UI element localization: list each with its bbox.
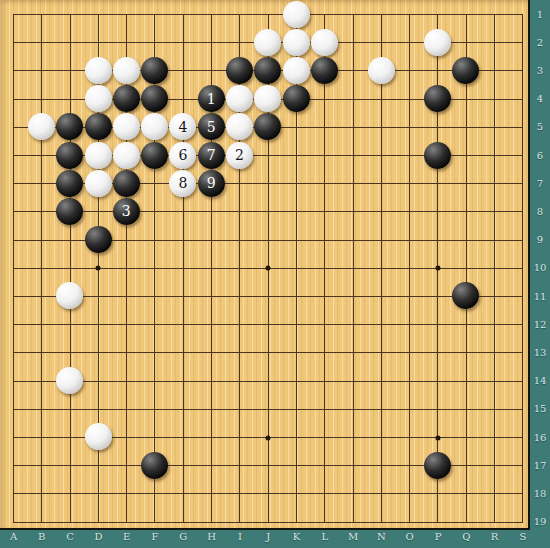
board-point-C12[interactable] — [56, 310, 84, 338]
board-point-Q13[interactable] — [452, 338, 480, 366]
board-point-A6[interactable] — [0, 141, 27, 169]
board-point-O1[interactable] — [395, 0, 423, 28]
board-point-H12[interactable] — [197, 310, 225, 338]
board-point-R7[interactable] — [480, 169, 508, 197]
board-point-H16[interactable] — [197, 423, 225, 451]
board-point-Q18[interactable] — [452, 479, 480, 507]
board-point-S9[interactable] — [508, 226, 530, 254]
board-point-F5[interactable] — [140, 113, 168, 141]
board-point-S18[interactable] — [508, 479, 530, 507]
board-point-C4[interactable] — [56, 85, 84, 113]
board-point-F8[interactable] — [140, 197, 168, 225]
board-point-E14[interactable] — [112, 366, 140, 394]
board-point-J19[interactable] — [254, 507, 282, 530]
board-point-R1[interactable] — [480, 0, 508, 28]
board-point-L15[interactable] — [310, 395, 338, 423]
board-point-J13[interactable] — [254, 338, 282, 366]
board-point-H10[interactable] — [197, 254, 225, 282]
board-point-O10[interactable] — [395, 254, 423, 282]
board-point-I11[interactable] — [225, 282, 253, 310]
board-point-C16[interactable] — [56, 423, 84, 451]
board-point-E9[interactable] — [112, 226, 140, 254]
board-point-S15[interactable] — [508, 395, 530, 423]
board-point-D11[interactable] — [84, 282, 112, 310]
board-point-G1[interactable] — [169, 0, 197, 28]
board-point-P4[interactable] — [423, 85, 451, 113]
board-point-D5[interactable] — [84, 113, 112, 141]
board-point-Q7[interactable] — [452, 169, 480, 197]
board-point-P16[interactable] — [423, 423, 451, 451]
board-point-P7[interactable] — [423, 169, 451, 197]
board-point-N6[interactable] — [367, 141, 395, 169]
board-point-C14[interactable] — [56, 366, 84, 394]
board-point-E10[interactable] — [112, 254, 140, 282]
board-point-F4[interactable] — [140, 85, 168, 113]
board-point-R18[interactable] — [480, 479, 508, 507]
board-point-S1[interactable] — [508, 0, 530, 28]
board-point-J8[interactable] — [254, 197, 282, 225]
board-point-H4[interactable]: 1 — [197, 85, 225, 113]
board-point-P8[interactable] — [423, 197, 451, 225]
board-point-F15[interactable] — [140, 395, 168, 423]
board-point-S7[interactable] — [508, 169, 530, 197]
board-point-F16[interactable] — [140, 423, 168, 451]
board-point-R9[interactable] — [480, 226, 508, 254]
board-point-Q11[interactable] — [452, 282, 480, 310]
board-point-G6[interactable]: 6 — [169, 141, 197, 169]
board-point-F10[interactable] — [140, 254, 168, 282]
board-point-G9[interactable] — [169, 226, 197, 254]
board-point-D15[interactable] — [84, 395, 112, 423]
board-point-I4[interactable] — [225, 85, 253, 113]
board-point-S5[interactable] — [508, 113, 530, 141]
board-point-P18[interactable] — [423, 479, 451, 507]
board-point-M5[interactable] — [339, 113, 367, 141]
board-point-O18[interactable] — [395, 479, 423, 507]
board-point-Q1[interactable] — [452, 0, 480, 28]
board-point-N2[interactable] — [367, 28, 395, 56]
board-point-D10[interactable] — [84, 254, 112, 282]
board-point-A3[interactable] — [0, 56, 27, 84]
board-point-B14[interactable] — [27, 366, 55, 394]
board-point-K6[interactable] — [282, 141, 310, 169]
board-point-E1[interactable] — [112, 0, 140, 28]
board-point-F3[interactable] — [140, 56, 168, 84]
board-point-K14[interactable] — [282, 366, 310, 394]
board-point-L3[interactable] — [310, 56, 338, 84]
board-point-L14[interactable] — [310, 366, 338, 394]
board-point-H9[interactable] — [197, 226, 225, 254]
board-point-N4[interactable] — [367, 85, 395, 113]
board-point-H11[interactable] — [197, 282, 225, 310]
board-point-E6[interactable] — [112, 141, 140, 169]
board-point-G8[interactable] — [169, 197, 197, 225]
board-point-J3[interactable] — [254, 56, 282, 84]
board-point-N8[interactable] — [367, 197, 395, 225]
board-point-S2[interactable] — [508, 28, 530, 56]
board-point-F9[interactable] — [140, 226, 168, 254]
board-point-D12[interactable] — [84, 310, 112, 338]
board-point-B6[interactable] — [27, 141, 55, 169]
board-point-L4[interactable] — [310, 85, 338, 113]
board-point-O5[interactable] — [395, 113, 423, 141]
board-point-S13[interactable] — [508, 338, 530, 366]
board-point-M19[interactable] — [339, 507, 367, 530]
board-point-I1[interactable] — [225, 0, 253, 28]
board-point-A2[interactable] — [0, 28, 27, 56]
board-point-C10[interactable] — [56, 254, 84, 282]
board-point-I16[interactable] — [225, 423, 253, 451]
board-point-B10[interactable] — [27, 254, 55, 282]
board-point-H7[interactable]: 9 — [197, 169, 225, 197]
board-point-O12[interactable] — [395, 310, 423, 338]
board-point-K5[interactable] — [282, 113, 310, 141]
board-point-C15[interactable] — [56, 395, 84, 423]
board-point-A4[interactable] — [0, 85, 27, 113]
board-point-C19[interactable] — [56, 507, 84, 530]
board-point-R17[interactable] — [480, 451, 508, 479]
board-point-P5[interactable] — [423, 113, 451, 141]
board-point-C7[interactable] — [56, 169, 84, 197]
board-point-S8[interactable] — [508, 197, 530, 225]
board-point-H14[interactable] — [197, 366, 225, 394]
board-point-O13[interactable] — [395, 338, 423, 366]
board-point-B16[interactable] — [27, 423, 55, 451]
board-point-G17[interactable] — [169, 451, 197, 479]
board-point-J18[interactable] — [254, 479, 282, 507]
board-point-E19[interactable] — [112, 507, 140, 530]
board-point-L1[interactable] — [310, 0, 338, 28]
board-point-P12[interactable] — [423, 310, 451, 338]
board-point-N19[interactable] — [367, 507, 395, 530]
board-point-Q16[interactable] — [452, 423, 480, 451]
board-point-C1[interactable] — [56, 0, 84, 28]
board-point-A17[interactable] — [0, 451, 27, 479]
board-point-H2[interactable] — [197, 28, 225, 56]
board-point-R15[interactable] — [480, 395, 508, 423]
board-point-O11[interactable] — [395, 282, 423, 310]
board-point-D19[interactable] — [84, 507, 112, 530]
board-point-R14[interactable] — [480, 366, 508, 394]
board-point-A10[interactable] — [0, 254, 27, 282]
board-point-S10[interactable] — [508, 254, 530, 282]
board-point-M12[interactable] — [339, 310, 367, 338]
board-point-K16[interactable] — [282, 423, 310, 451]
board-point-B2[interactable] — [27, 28, 55, 56]
board-point-I5[interactable] — [225, 113, 253, 141]
board-point-F6[interactable] — [140, 141, 168, 169]
board-point-K4[interactable] — [282, 85, 310, 113]
board-point-A19[interactable] — [0, 507, 27, 530]
board-point-R16[interactable] — [480, 423, 508, 451]
board-point-O7[interactable] — [395, 169, 423, 197]
board-point-N17[interactable] — [367, 451, 395, 479]
board-point-D9[interactable] — [84, 226, 112, 254]
board-point-K3[interactable] — [282, 56, 310, 84]
board-point-N10[interactable] — [367, 254, 395, 282]
board-point-D3[interactable] — [84, 56, 112, 84]
board-point-C9[interactable] — [56, 226, 84, 254]
board-point-F2[interactable] — [140, 28, 168, 56]
board-point-F14[interactable] — [140, 366, 168, 394]
board-point-Q2[interactable] — [452, 28, 480, 56]
board-point-F18[interactable] — [140, 479, 168, 507]
board-point-L16[interactable] — [310, 423, 338, 451]
board-point-K18[interactable] — [282, 479, 310, 507]
board-point-J2[interactable] — [254, 28, 282, 56]
board-point-C8[interactable] — [56, 197, 84, 225]
board-point-I2[interactable] — [225, 28, 253, 56]
board-point-M16[interactable] — [339, 423, 367, 451]
board-point-S3[interactable] — [508, 56, 530, 84]
board-point-O2[interactable] — [395, 28, 423, 56]
board-point-B12[interactable] — [27, 310, 55, 338]
board-point-J17[interactable] — [254, 451, 282, 479]
board-point-E4[interactable] — [112, 85, 140, 113]
board-point-L10[interactable] — [310, 254, 338, 282]
board-point-E18[interactable] — [112, 479, 140, 507]
board-point-S16[interactable] — [508, 423, 530, 451]
board-point-N11[interactable] — [367, 282, 395, 310]
board-point-N15[interactable] — [367, 395, 395, 423]
board-point-A8[interactable] — [0, 197, 27, 225]
board-point-K11[interactable] — [282, 282, 310, 310]
board-point-E11[interactable] — [112, 282, 140, 310]
board-point-D16[interactable] — [84, 423, 112, 451]
board-point-R6[interactable] — [480, 141, 508, 169]
board-point-G4[interactable] — [169, 85, 197, 113]
board-point-A5[interactable] — [0, 113, 27, 141]
board-point-M1[interactable] — [339, 0, 367, 28]
board-point-Q8[interactable] — [452, 197, 480, 225]
board-point-M13[interactable] — [339, 338, 367, 366]
board-point-N5[interactable] — [367, 113, 395, 141]
board-point-Q14[interactable] — [452, 366, 480, 394]
board-point-P10[interactable] — [423, 254, 451, 282]
board-point-N14[interactable] — [367, 366, 395, 394]
board-point-J5[interactable] — [254, 113, 282, 141]
board-point-P9[interactable] — [423, 226, 451, 254]
board-point-J1[interactable] — [254, 0, 282, 28]
board-point-P17[interactable] — [423, 451, 451, 479]
board-point-I3[interactable] — [225, 56, 253, 84]
board-point-I6[interactable]: 2 — [225, 141, 253, 169]
board-point-L9[interactable] — [310, 226, 338, 254]
board-point-E17[interactable] — [112, 451, 140, 479]
board-point-C13[interactable] — [56, 338, 84, 366]
board-point-R2[interactable] — [480, 28, 508, 56]
board-point-O19[interactable] — [395, 507, 423, 530]
board-point-O17[interactable] — [395, 451, 423, 479]
board-point-L18[interactable] — [310, 479, 338, 507]
board-point-M18[interactable] — [339, 479, 367, 507]
board-point-F7[interactable] — [140, 169, 168, 197]
board-point-S4[interactable] — [508, 85, 530, 113]
board-point-B3[interactable] — [27, 56, 55, 84]
board-point-E2[interactable] — [112, 28, 140, 56]
board-point-D13[interactable] — [84, 338, 112, 366]
board-point-D1[interactable] — [84, 0, 112, 28]
board-point-P1[interactable] — [423, 0, 451, 28]
board-point-M2[interactable] — [339, 28, 367, 56]
board-point-L5[interactable] — [310, 113, 338, 141]
board-point-O9[interactable] — [395, 226, 423, 254]
board-point-A12[interactable] — [0, 310, 27, 338]
board-point-P13[interactable] — [423, 338, 451, 366]
board-point-A16[interactable] — [0, 423, 27, 451]
board-point-M14[interactable] — [339, 366, 367, 394]
board-point-Q3[interactable] — [452, 56, 480, 84]
board-point-H13[interactable] — [197, 338, 225, 366]
board-point-J16[interactable] — [254, 423, 282, 451]
board-point-B7[interactable] — [27, 169, 55, 197]
board-point-Q10[interactable] — [452, 254, 480, 282]
board-point-F13[interactable] — [140, 338, 168, 366]
board-point-O8[interactable] — [395, 197, 423, 225]
board-point-I15[interactable] — [225, 395, 253, 423]
board-point-L11[interactable] — [310, 282, 338, 310]
board-point-I12[interactable] — [225, 310, 253, 338]
board-point-B18[interactable] — [27, 479, 55, 507]
board-point-D14[interactable] — [84, 366, 112, 394]
board-point-G14[interactable] — [169, 366, 197, 394]
board-point-P15[interactable] — [423, 395, 451, 423]
board-point-R5[interactable] — [480, 113, 508, 141]
board-point-G19[interactable] — [169, 507, 197, 530]
board-point-P11[interactable] — [423, 282, 451, 310]
board-point-G3[interactable] — [169, 56, 197, 84]
board-point-D8[interactable] — [84, 197, 112, 225]
board-point-D18[interactable] — [84, 479, 112, 507]
board-point-Q5[interactable] — [452, 113, 480, 141]
board-point-I7[interactable] — [225, 169, 253, 197]
board-point-K17[interactable] — [282, 451, 310, 479]
board-point-M9[interactable] — [339, 226, 367, 254]
board-point-H8[interactable] — [197, 197, 225, 225]
board-point-J4[interactable] — [254, 85, 282, 113]
board-point-G18[interactable] — [169, 479, 197, 507]
board-point-P3[interactable] — [423, 56, 451, 84]
board-point-K9[interactable] — [282, 226, 310, 254]
board-point-D4[interactable] — [84, 85, 112, 113]
board-point-Q12[interactable] — [452, 310, 480, 338]
board-point-B9[interactable] — [27, 226, 55, 254]
board-point-D17[interactable] — [84, 451, 112, 479]
board-point-O14[interactable] — [395, 366, 423, 394]
board-point-D7[interactable] — [84, 169, 112, 197]
board-point-A14[interactable] — [0, 366, 27, 394]
board-point-B4[interactable] — [27, 85, 55, 113]
board-point-I8[interactable] — [225, 197, 253, 225]
board-point-M15[interactable] — [339, 395, 367, 423]
board-point-S17[interactable] — [508, 451, 530, 479]
board-point-F1[interactable] — [140, 0, 168, 28]
board-point-N1[interactable] — [367, 0, 395, 28]
board-point-C17[interactable] — [56, 451, 84, 479]
board-point-R10[interactable] — [480, 254, 508, 282]
board-point-N18[interactable] — [367, 479, 395, 507]
board-point-H18[interactable] — [197, 479, 225, 507]
board-point-S12[interactable] — [508, 310, 530, 338]
board-point-G5[interactable]: 4 — [169, 113, 197, 141]
board-point-M8[interactable] — [339, 197, 367, 225]
board-point-L6[interactable] — [310, 141, 338, 169]
board-point-I19[interactable] — [225, 507, 253, 530]
board-point-O6[interactable] — [395, 141, 423, 169]
board-point-D2[interactable] — [84, 28, 112, 56]
board-point-K8[interactable] — [282, 197, 310, 225]
board-point-C11[interactable] — [56, 282, 84, 310]
board-point-J10[interactable] — [254, 254, 282, 282]
board-point-N13[interactable] — [367, 338, 395, 366]
board-point-J15[interactable] — [254, 395, 282, 423]
board-point-L12[interactable] — [310, 310, 338, 338]
board-point-S6[interactable] — [508, 141, 530, 169]
board-point-B19[interactable] — [27, 507, 55, 530]
board-point-J7[interactable] — [254, 169, 282, 197]
board-point-R8[interactable] — [480, 197, 508, 225]
board-point-Q15[interactable] — [452, 395, 480, 423]
board-point-N12[interactable] — [367, 310, 395, 338]
board-point-H1[interactable] — [197, 0, 225, 28]
board-point-B1[interactable] — [27, 0, 55, 28]
board-point-P19[interactable] — [423, 507, 451, 530]
board-point-A7[interactable] — [0, 169, 27, 197]
board-point-L8[interactable] — [310, 197, 338, 225]
board-point-S19[interactable] — [508, 507, 530, 530]
board-point-M17[interactable] — [339, 451, 367, 479]
board-point-E3[interactable] — [112, 56, 140, 84]
board-point-E5[interactable] — [112, 113, 140, 141]
board-point-J11[interactable] — [254, 282, 282, 310]
board-point-F19[interactable] — [140, 507, 168, 530]
board-point-K7[interactable] — [282, 169, 310, 197]
board-point-B11[interactable] — [27, 282, 55, 310]
board-point-O16[interactable] — [395, 423, 423, 451]
board-point-H5[interactable]: 5 — [197, 113, 225, 141]
board-point-Q9[interactable] — [452, 226, 480, 254]
board-point-G12[interactable] — [169, 310, 197, 338]
board-point-P6[interactable] — [423, 141, 451, 169]
board-point-I10[interactable] — [225, 254, 253, 282]
board-point-A1[interactable] — [0, 0, 27, 28]
board-point-I17[interactable] — [225, 451, 253, 479]
board-point-Q17[interactable] — [452, 451, 480, 479]
board-point-P2[interactable] — [423, 28, 451, 56]
board-point-H17[interactable] — [197, 451, 225, 479]
board-point-E16[interactable] — [112, 423, 140, 451]
board-point-B17[interactable] — [27, 451, 55, 479]
board-point-K15[interactable] — [282, 395, 310, 423]
board-point-G2[interactable] — [169, 28, 197, 56]
board-point-A13[interactable] — [0, 338, 27, 366]
board-point-R3[interactable] — [480, 56, 508, 84]
board-point-C6[interactable] — [56, 141, 84, 169]
board-point-L13[interactable] — [310, 338, 338, 366]
board-point-S11[interactable] — [508, 282, 530, 310]
board-point-B15[interactable] — [27, 395, 55, 423]
board-point-K2[interactable] — [282, 28, 310, 56]
board-point-D6[interactable] — [84, 141, 112, 169]
board-point-C2[interactable] — [56, 28, 84, 56]
board-point-L2[interactable] — [310, 28, 338, 56]
board-point-E7[interactable] — [112, 169, 140, 197]
board-point-H15[interactable] — [197, 395, 225, 423]
board-point-N3[interactable] — [367, 56, 395, 84]
board-point-O15[interactable] — [395, 395, 423, 423]
board-point-B13[interactable] — [27, 338, 55, 366]
board-point-B5[interactable] — [27, 113, 55, 141]
